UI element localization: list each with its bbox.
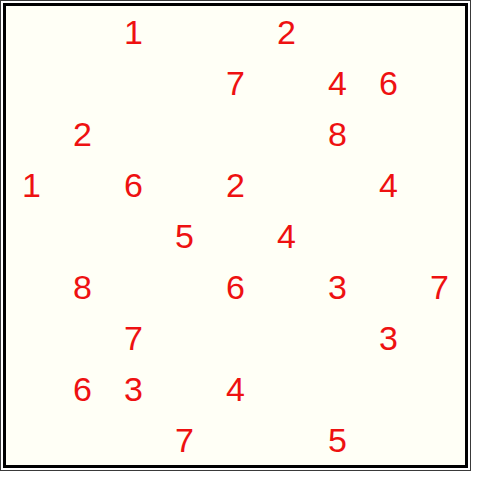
cell-r5c5-empty[interactable] [210,210,263,263]
cell-r9c4-given-7[interactable]: 7 [159,414,212,465]
cell-r3c6-empty[interactable] [261,108,315,162]
cell-r2c2-empty[interactable] [57,57,110,110]
cell-r8c1-empty[interactable] [6,363,59,416]
cell-r1c4-empty[interactable] [159,6,212,59]
cell-r7c2-empty[interactable] [57,312,110,365]
cell-r2c3-empty[interactable] [108,57,162,110]
cell-r7c5-empty[interactable] [210,312,263,365]
page: 127462816245486377363475 [0,0,488,489]
cell-r5c8-empty[interactable] [363,210,416,263]
cell-r7c9-empty[interactable] [414,312,465,365]
cell-r5c3-empty[interactable] [108,210,162,263]
cell-r7c1-empty[interactable] [6,312,59,365]
cell-r7c7-empty[interactable] [312,312,365,365]
cell-r5c7-empty[interactable] [312,210,365,263]
cell-r8c9-empty[interactable] [414,363,465,416]
cell-r8c6-empty[interactable] [261,363,315,416]
cell-r3c9-empty[interactable] [414,108,465,162]
cell-r9c8-empty[interactable] [363,414,416,465]
cell-r1c1-empty[interactable] [6,6,59,59]
cell-r3c3-empty[interactable] [108,108,162,162]
cell-r5c4-given-5[interactable]: 5 [159,210,212,263]
cell-r2c7-given-4[interactable]: 4 [312,57,365,110]
cell-r1c6-given-2[interactable]: 2 [261,6,315,59]
cell-r5c1-empty[interactable] [6,210,59,263]
cell-r3c2-given-2[interactable]: 2 [57,108,110,162]
cell-r6c5-given-6[interactable]: 6 [210,261,263,315]
cell-r8c7-empty[interactable] [312,363,365,416]
cell-r5c9-empty[interactable] [414,210,465,263]
cell-r1c3-given-1[interactable]: 1 [108,6,162,59]
sudoku-board-frame: 127462816245486377363475 [0,0,471,471]
sudoku-board: 127462816245486377363475 [3,3,468,468]
cell-r4c6-empty[interactable] [261,159,315,212]
cell-r1c8-empty[interactable] [363,6,416,59]
cell-r6c7-given-3[interactable]: 3 [312,261,365,315]
cell-r6c4-empty[interactable] [159,261,212,315]
cell-r3c5-empty[interactable] [210,108,263,162]
cell-r2c6-empty[interactable] [261,57,315,110]
cell-r1c2-empty[interactable] [57,6,110,59]
cell-r4c9-empty[interactable] [414,159,465,212]
cell-r2c5-given-7[interactable]: 7 [210,57,263,110]
cell-r8c4-empty[interactable] [159,363,212,416]
cell-r4c5-given-2[interactable]: 2 [210,159,263,212]
cell-r9c9-empty[interactable] [414,414,465,465]
cell-r1c5-empty[interactable] [210,6,263,59]
cell-r5c6-given-4[interactable]: 4 [261,210,315,263]
cell-r4c7-empty[interactable] [312,159,365,212]
cell-r2c8-given-6[interactable]: 6 [363,57,416,110]
cell-r3c1-empty[interactable] [6,108,59,162]
cell-r6c1-empty[interactable] [6,261,59,315]
cell-r7c6-empty[interactable] [261,312,315,365]
cell-r9c6-empty[interactable] [261,414,315,465]
cell-r7c3-given-7[interactable]: 7 [108,312,162,365]
cell-r4c3-given-6[interactable]: 6 [108,159,162,212]
cell-r2c4-empty[interactable] [159,57,212,110]
cell-r6c9-given-7[interactable]: 7 [414,261,465,315]
cell-r3c7-given-8[interactable]: 8 [312,108,365,162]
cell-r6c2-given-8[interactable]: 8 [57,261,110,315]
cell-r6c3-empty[interactable] [108,261,162,315]
cell-r7c4-empty[interactable] [159,312,212,365]
cell-r9c1-empty[interactable] [6,414,59,465]
cell-r2c1-empty[interactable] [6,57,59,110]
cell-r8c8-empty[interactable] [363,363,416,416]
cell-r3c8-empty[interactable] [363,108,416,162]
cell-r4c1-given-1[interactable]: 1 [6,159,59,212]
cell-r4c2-empty[interactable] [57,159,110,212]
cell-r8c2-given-6[interactable]: 6 [57,363,110,416]
cell-r9c5-empty[interactable] [210,414,263,465]
cell-r9c7-given-5[interactable]: 5 [312,414,365,465]
cell-r7c8-given-3[interactable]: 3 [363,312,416,365]
cell-r9c3-empty[interactable] [108,414,162,465]
cell-r5c2-empty[interactable] [57,210,110,263]
cell-r6c6-empty[interactable] [261,261,315,315]
cell-r1c9-empty[interactable] [414,6,465,59]
cell-r8c3-given-3[interactable]: 3 [108,363,162,416]
cell-r3c4-empty[interactable] [159,108,212,162]
cell-r4c4-empty[interactable] [159,159,212,212]
cell-r8c5-given-4[interactable]: 4 [210,363,263,416]
cell-r4c8-given-4[interactable]: 4 [363,159,416,212]
cell-r6c8-empty[interactable] [363,261,416,315]
cell-r9c2-empty[interactable] [57,414,110,465]
cell-r2c9-empty[interactable] [414,57,465,110]
cell-r1c7-empty[interactable] [312,6,365,59]
